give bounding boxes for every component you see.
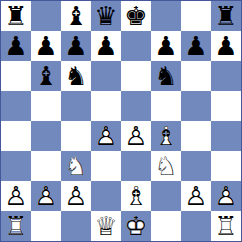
black-pawn: ♟ bbox=[151, 31, 181, 61]
black-rook: ♜ bbox=[211, 1, 241, 31]
square-a2[interactable]: ♟♙ bbox=[1, 181, 31, 211]
white-rook: ♜♖ bbox=[211, 211, 241, 241]
square-e7[interactable] bbox=[121, 31, 151, 61]
black-bishop: ♝ bbox=[61, 1, 91, 31]
square-a1[interactable]: ♜♖ bbox=[1, 211, 31, 241]
square-f6[interactable]: ♞ bbox=[151, 61, 181, 91]
white-rook: ♜♖ bbox=[1, 211, 31, 241]
square-b6[interactable]: ♝ bbox=[31, 61, 61, 91]
square-c6[interactable]: ♞ bbox=[61, 61, 91, 91]
black-bishop: ♝ bbox=[31, 61, 61, 91]
white-pawn: ♟♙ bbox=[61, 181, 91, 211]
square-g5[interactable] bbox=[181, 91, 211, 121]
black-rook: ♜ bbox=[1, 1, 31, 31]
square-b1[interactable] bbox=[31, 211, 61, 241]
square-g1[interactable] bbox=[181, 211, 211, 241]
square-e8[interactable]: ♚ bbox=[121, 1, 151, 31]
black-pawn: ♟ bbox=[211, 31, 241, 61]
square-d6[interactable] bbox=[91, 61, 121, 91]
white-queen: ♛♕ bbox=[91, 211, 121, 241]
square-d2[interactable] bbox=[91, 181, 121, 211]
square-h8[interactable]: ♜ bbox=[211, 1, 241, 31]
square-a4[interactable] bbox=[1, 121, 31, 151]
square-d5[interactable] bbox=[91, 91, 121, 121]
square-a3[interactable] bbox=[1, 151, 31, 181]
black-king: ♚ bbox=[121, 1, 151, 31]
square-f8[interactable] bbox=[151, 1, 181, 31]
square-f2[interactable] bbox=[151, 181, 181, 211]
square-c1[interactable] bbox=[61, 211, 91, 241]
square-e5[interactable] bbox=[121, 91, 151, 121]
square-b8[interactable] bbox=[31, 1, 61, 31]
square-d3[interactable] bbox=[91, 151, 121, 181]
white-pawn: ♟♙ bbox=[31, 181, 61, 211]
white-bishop: ♝♗ bbox=[151, 121, 181, 151]
square-b2[interactable]: ♟♙ bbox=[31, 181, 61, 211]
square-h5[interactable] bbox=[211, 91, 241, 121]
square-b5[interactable] bbox=[31, 91, 61, 121]
white-pawn: ♟♙ bbox=[181, 181, 211, 211]
square-c7[interactable]: ♟ bbox=[61, 31, 91, 61]
white-king: ♚♔ bbox=[121, 211, 151, 241]
square-h4[interactable] bbox=[211, 121, 241, 151]
square-e1[interactable]: ♚♔ bbox=[121, 211, 151, 241]
square-h3[interactable] bbox=[211, 151, 241, 181]
square-d7[interactable]: ♟ bbox=[91, 31, 121, 61]
white-pawn: ♟♙ bbox=[1, 181, 31, 211]
white-bishop: ♝♗ bbox=[121, 181, 151, 211]
square-f4[interactable]: ♝♗ bbox=[151, 121, 181, 151]
square-h7[interactable]: ♟ bbox=[211, 31, 241, 61]
square-e2[interactable]: ♝♗ bbox=[121, 181, 151, 211]
black-queen: ♛ bbox=[91, 1, 121, 31]
square-e3[interactable] bbox=[121, 151, 151, 181]
square-c5[interactable] bbox=[61, 91, 91, 121]
square-g7[interactable]: ♟ bbox=[181, 31, 211, 61]
square-b7[interactable]: ♟ bbox=[31, 31, 61, 61]
square-g6[interactable] bbox=[181, 61, 211, 91]
square-h1[interactable]: ♜♖ bbox=[211, 211, 241, 241]
white-pawn: ♟♙ bbox=[121, 121, 151, 151]
white-pawn: ♟♙ bbox=[91, 121, 121, 151]
black-pawn: ♟ bbox=[1, 31, 31, 61]
white-pawn: ♟♙ bbox=[211, 181, 241, 211]
square-b3[interactable] bbox=[31, 151, 61, 181]
square-g2[interactable]: ♟♙ bbox=[181, 181, 211, 211]
square-h2[interactable]: ♟♙ bbox=[211, 181, 241, 211]
white-knight: ♞♘ bbox=[61, 151, 91, 181]
square-c3[interactable]: ♞♘ bbox=[61, 151, 91, 181]
square-d1[interactable]: ♛♕ bbox=[91, 211, 121, 241]
black-pawn: ♟ bbox=[181, 31, 211, 61]
square-a8[interactable]: ♜ bbox=[1, 1, 31, 31]
square-e4[interactable]: ♟♙ bbox=[121, 121, 151, 151]
black-pawn: ♟ bbox=[31, 31, 61, 61]
square-d4[interactable]: ♟♙ bbox=[91, 121, 121, 151]
square-f3[interactable]: ♞♘ bbox=[151, 151, 181, 181]
square-h6[interactable] bbox=[211, 61, 241, 91]
black-pawn: ♟ bbox=[91, 31, 121, 61]
chess-board: ♜♝♛♚♜♟♟♟♟♟♟♟♝♞♞♟♙♟♙♝♗♞♘♞♘♟♙♟♙♟♙♝♗♟♙♟♙♜♖♛… bbox=[0, 0, 242, 242]
square-g3[interactable] bbox=[181, 151, 211, 181]
square-c8[interactable]: ♝ bbox=[61, 1, 91, 31]
square-a7[interactable]: ♟ bbox=[1, 31, 31, 61]
black-knight: ♞ bbox=[151, 61, 181, 91]
square-e6[interactable] bbox=[121, 61, 151, 91]
square-a5[interactable] bbox=[1, 91, 31, 121]
square-f1[interactable] bbox=[151, 211, 181, 241]
square-g4[interactable] bbox=[181, 121, 211, 151]
square-g8[interactable] bbox=[181, 1, 211, 31]
black-knight: ♞ bbox=[61, 61, 91, 91]
white-knight: ♞♘ bbox=[151, 151, 181, 181]
square-f5[interactable] bbox=[151, 91, 181, 121]
black-pawn: ♟ bbox=[61, 31, 91, 61]
square-a6[interactable] bbox=[1, 61, 31, 91]
square-f7[interactable]: ♟ bbox=[151, 31, 181, 61]
square-d8[interactable]: ♛ bbox=[91, 1, 121, 31]
square-b4[interactable] bbox=[31, 121, 61, 151]
square-c4[interactable] bbox=[61, 121, 91, 151]
square-c2[interactable]: ♟♙ bbox=[61, 181, 91, 211]
